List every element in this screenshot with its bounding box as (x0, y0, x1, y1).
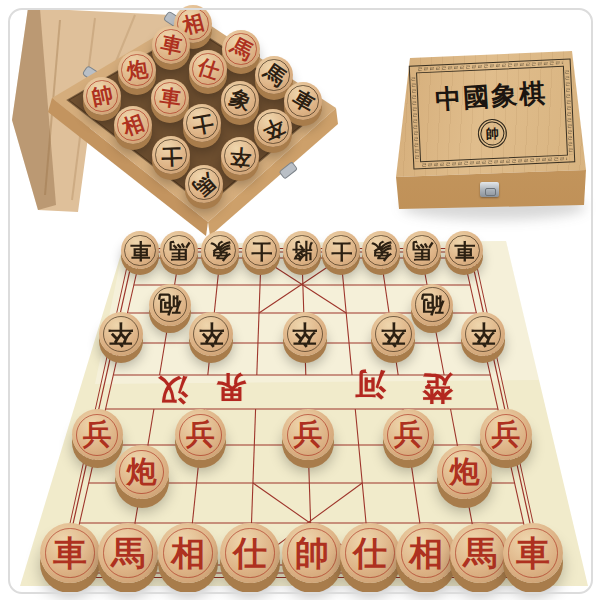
piece-character: 車 (158, 86, 182, 110)
board-piece-r[interactable]: 車 (445, 231, 483, 269)
piece-character: 兵 (394, 420, 423, 449)
piece-character: 車 (454, 240, 475, 261)
box-badge-char: 帥 (485, 124, 499, 143)
board-piece-P[interactable]: 兵 (383, 409, 434, 460)
piece-character: 卒 (199, 322, 224, 347)
board-piece-P[interactable]: 兵 (282, 409, 333, 460)
box-piece[interactable]: 車 (284, 82, 322, 120)
piece-character: 兵 (492, 420, 521, 449)
box-piece[interactable]: 相 (114, 106, 152, 144)
piece-character: 相 (409, 536, 443, 570)
piece-character: 象 (210, 240, 231, 261)
piece-character: 將 (292, 240, 313, 261)
board-piece-A[interactable]: 仕 (340, 523, 400, 583)
piece-character: 炮 (449, 457, 479, 487)
piece-character: 馬 (412, 240, 433, 261)
board-piece-c[interactable]: 砲 (411, 284, 453, 326)
box-piece[interactable]: 士 (183, 104, 221, 142)
board-piece-P[interactable]: 兵 (72, 409, 123, 460)
river-char: 界 (216, 366, 246, 407)
piece-character: 卒 (292, 322, 317, 347)
piece-character: 炮 (125, 58, 149, 82)
board-piece-N[interactable]: 馬 (98, 523, 158, 583)
piece-character: 馬 (111, 536, 145, 570)
board-piece-C[interactable]: 炮 (115, 445, 169, 499)
clasp-icon (480, 182, 499, 197)
piece-character: 卒 (108, 322, 133, 347)
box-piece[interactable]: 車 (152, 26, 190, 64)
piece-character: 卒 (381, 322, 406, 347)
board-piece-k[interactable]: 將 (283, 231, 321, 269)
piece-character: 砲 (158, 293, 181, 316)
piece-character: 仕 (233, 536, 267, 570)
river-char: 汉 (158, 369, 188, 410)
board-piece-n[interactable]: 馬 (403, 231, 441, 269)
piece-character: 兵 (294, 420, 323, 449)
box-piece[interactable]: 馬 (222, 30, 260, 68)
piece-character: 砲 (421, 293, 444, 316)
piece-character: 卒 (229, 145, 252, 168)
piece-character: 車 (130, 240, 151, 261)
box-piece[interactable]: 車 (151, 79, 189, 117)
piece-character: 士 (331, 240, 352, 261)
board-piece-K[interactable]: 帥 (282, 523, 342, 583)
piece-character: 帥 (295, 536, 329, 570)
board-piece-p[interactable]: 卒 (371, 312, 415, 356)
piece-character: 炮 (127, 457, 157, 487)
piece-character: 車 (516, 536, 550, 570)
board-piece-p[interactable]: 卒 (189, 312, 233, 356)
board-piece-a[interactable]: 士 (322, 231, 360, 269)
river-char: 楚 (422, 367, 453, 409)
board-piece-p[interactable]: 卒 (99, 312, 143, 356)
box-piece[interactable]: 仕 (189, 50, 227, 88)
piece-character: 馬 (169, 240, 190, 261)
piece-character: 卒 (471, 322, 496, 347)
box-piece[interactable]: 炮 (118, 51, 156, 89)
piece-character: 士 (160, 144, 182, 166)
board-piece-A[interactable]: 仕 (220, 523, 280, 583)
box-piece[interactable]: 卒 (254, 109, 292, 147)
board-piece-a[interactable]: 士 (242, 231, 280, 269)
closed-box: ㄹㄹㄹㄹㄹㄹㄹㄹㄹㄹㄹㄹㄹㄹㄹㄹㄹㄹㄹㄹㄹㄹㄹㄹㄹㄹㄹㄹㄹㄹㄹㄹㄹㄹㄹㄹㄹㄹㄹㄹ… (383, 36, 598, 222)
box-piece[interactable]: 士 (152, 136, 190, 174)
board-piece-B[interactable]: 相 (396, 523, 456, 583)
board-piece-P[interactable]: 兵 (175, 409, 226, 460)
board-piece-c[interactable]: 砲 (149, 284, 191, 326)
board-piece-R[interactable]: 車 (40, 523, 100, 583)
board-piece-b[interactable]: 象 (201, 231, 239, 269)
piece-character: 帥 (90, 84, 115, 109)
board-piece-P[interactable]: 兵 (480, 409, 531, 460)
piece-character: 仕 (353, 536, 387, 570)
piece-character: 車 (159, 33, 184, 58)
piece-character: 兵 (186, 420, 215, 449)
piece-character: 士 (251, 240, 272, 261)
closed-box-frame: ㄹㄹㄹㄹㄹㄹㄹㄹㄹㄹㄹㄹㄹㄹㄹㄹㄹㄹㄹㄹㄹㄹㄹㄹㄹㄹㄹㄹㄹㄹㄹㄹㄹㄹㄹㄹㄹㄹㄹㄹ… (409, 58, 576, 169)
piece-character: 相 (171, 536, 205, 570)
board-piece-B[interactable]: 相 (158, 523, 218, 583)
board-piece-r[interactable]: 車 (121, 231, 159, 269)
piece-character: 兵 (83, 420, 112, 449)
product-photo-stage: ㄹㄹㄹㄹㄹㄹㄹㄹㄹㄹㄹㄹㄹㄹㄹㄹㄹㄹㄹㄹㄹㄹㄹㄹㄹㄹㄹㄹㄹㄹㄹㄹㄹㄹㄹㄹㄹㄹㄹㄹ… (0, 0, 600, 600)
box-piece[interactable]: 象 (221, 81, 259, 119)
board-piece-C[interactable]: 炮 (437, 445, 491, 499)
piece-character: 象 (371, 240, 392, 261)
piece-character: 車 (53, 536, 87, 570)
board-piece-N[interactable]: 馬 (450, 523, 510, 583)
piece-character: 馬 (463, 536, 497, 570)
piece-character: 士 (190, 111, 214, 135)
river-char: 河 (355, 363, 386, 405)
board-piece-n[interactable]: 馬 (160, 231, 198, 269)
box-piece[interactable]: 卒 (221, 137, 259, 175)
box-piece[interactable]: 馬 (185, 165, 223, 203)
board-piece-p[interactable]: 卒 (283, 312, 327, 356)
board-piece-b[interactable]: 象 (362, 231, 400, 269)
board-piece-R[interactable]: 車 (503, 523, 563, 583)
board-piece-p[interactable]: 卒 (461, 312, 505, 356)
box-piece[interactable]: 帥 (83, 77, 121, 115)
